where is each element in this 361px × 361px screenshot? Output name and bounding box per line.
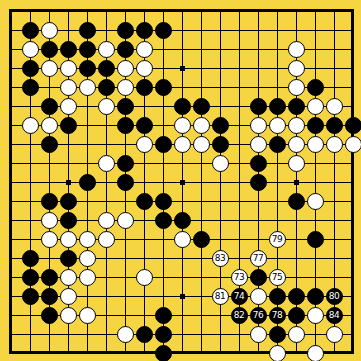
white-stone <box>22 41 39 58</box>
black-stone <box>155 136 172 153</box>
white-stone <box>136 60 153 77</box>
black-stone <box>212 117 229 134</box>
black-stone <box>117 98 134 115</box>
black-stone <box>212 136 229 153</box>
black-stone <box>41 98 58 115</box>
white-stone <box>79 79 96 96</box>
black-stone <box>288 307 305 324</box>
white-stone <box>60 79 77 96</box>
white-stone <box>98 212 115 229</box>
white-stone <box>79 307 96 324</box>
black-stone <box>79 60 96 77</box>
black-stone <box>41 307 58 324</box>
white-stone <box>326 136 343 153</box>
hoshi-point <box>180 66 185 71</box>
white-stone <box>60 307 77 324</box>
white-stone <box>326 326 343 343</box>
black-stone <box>117 174 134 191</box>
white-stone <box>98 231 115 248</box>
white-stone <box>60 288 77 305</box>
white-stone <box>307 193 324 210</box>
black-stone <box>60 41 77 58</box>
black-stone <box>345 117 361 134</box>
black-stone <box>136 22 153 39</box>
white-stone <box>60 269 77 286</box>
white-stone <box>174 117 191 134</box>
white-stone <box>41 117 58 134</box>
black-stone <box>60 250 77 267</box>
white-stone <box>193 117 210 134</box>
white-stone <box>174 136 191 153</box>
black-stone <box>307 117 324 134</box>
white-stone <box>307 136 324 153</box>
white-stone <box>288 117 305 134</box>
white-stone-move-81: 81 <box>212 288 229 305</box>
black-stone <box>155 79 172 96</box>
black-stone <box>174 98 191 115</box>
black-stone <box>307 231 324 248</box>
black-stone <box>307 79 324 96</box>
black-stone <box>193 98 210 115</box>
white-stone-move-73: 73 <box>231 269 248 286</box>
black-stone <box>288 193 305 210</box>
black-stone <box>269 136 286 153</box>
white-stone <box>269 345 286 361</box>
white-stone <box>288 41 305 58</box>
black-stone-move-74: 74 <box>231 288 248 305</box>
black-stone <box>288 288 305 305</box>
white-stone <box>193 136 210 153</box>
black-stone-move-82: 82 <box>231 307 248 324</box>
black-stone <box>41 269 58 286</box>
black-stone <box>269 98 286 115</box>
black-stone <box>250 174 267 191</box>
white-stone <box>250 326 267 343</box>
black-stone <box>155 193 172 210</box>
black-stone <box>60 117 77 134</box>
black-stone <box>41 136 58 153</box>
black-stone <box>136 79 153 96</box>
white-stone <box>307 345 324 361</box>
black-stone <box>60 193 77 210</box>
black-stone <box>60 212 77 229</box>
white-stone <box>117 79 134 96</box>
hoshi-point <box>180 294 185 299</box>
white-stone <box>117 60 134 77</box>
black-stone <box>22 288 39 305</box>
black-stone <box>117 117 134 134</box>
hoshi-point <box>180 180 185 185</box>
white-stone-move-83: 83 <box>212 250 229 267</box>
white-stone <box>79 269 96 286</box>
black-stone <box>98 79 115 96</box>
black-stone <box>22 22 39 39</box>
white-stone <box>174 231 191 248</box>
white-stone <box>212 155 229 172</box>
white-stone <box>41 60 58 77</box>
white-stone <box>98 41 115 58</box>
black-stone <box>22 250 39 267</box>
white-stone <box>79 231 96 248</box>
black-stone <box>155 345 172 361</box>
white-stone <box>41 231 58 248</box>
black-stone <box>155 22 172 39</box>
black-stone <box>307 288 324 305</box>
white-stone <box>288 79 305 96</box>
black-stone <box>269 326 286 343</box>
white-stone <box>60 231 77 248</box>
white-stone <box>98 98 115 115</box>
white-stone <box>117 326 134 343</box>
black-stone <box>288 98 305 115</box>
black-stone <box>22 79 39 96</box>
black-stone <box>41 288 58 305</box>
white-stone <box>345 136 361 153</box>
black-stone <box>98 60 115 77</box>
black-stone <box>79 41 96 58</box>
black-stone <box>326 117 343 134</box>
black-stone <box>193 231 210 248</box>
white-stone <box>288 155 305 172</box>
white-stone-move-75: 75 <box>269 269 286 286</box>
white-stone <box>326 98 343 115</box>
black-stone-move-76: 76 <box>250 307 267 324</box>
white-stone-move-79: 79 <box>269 231 286 248</box>
white-stone <box>60 60 77 77</box>
black-stone <box>79 174 96 191</box>
black-stone <box>174 212 191 229</box>
white-stone <box>136 136 153 153</box>
grid-line-vertical <box>201 11 202 353</box>
white-stone <box>288 326 305 343</box>
black-stone <box>136 326 153 343</box>
black-stone <box>155 307 172 324</box>
black-stone <box>250 269 267 286</box>
white-stone <box>60 98 77 115</box>
black-stone-move-84: 84 <box>326 307 343 324</box>
hoshi-point <box>294 180 299 185</box>
black-stone <box>22 60 39 77</box>
black-stone <box>41 193 58 210</box>
go-board: 798377737581748082767884 <box>0 0 361 361</box>
black-stone <box>136 117 153 134</box>
white-stone <box>307 307 324 324</box>
white-stone <box>98 155 115 172</box>
white-stone <box>250 117 267 134</box>
black-stone <box>117 155 134 172</box>
white-stone <box>288 60 305 77</box>
white-stone <box>288 136 305 153</box>
black-stone <box>250 155 267 172</box>
black-stone <box>250 98 267 115</box>
white-stone <box>41 212 58 229</box>
white-stone <box>250 136 267 153</box>
black-stone <box>155 326 172 343</box>
white-stone <box>22 117 39 134</box>
white-stone-move-77: 77 <box>250 250 267 267</box>
hoshi-point <box>66 180 71 185</box>
white-stone <box>269 117 286 134</box>
white-stone <box>79 250 96 267</box>
black-stone <box>79 22 96 39</box>
black-stone <box>117 41 134 58</box>
black-stone-move-78: 78 <box>269 307 286 324</box>
white-stone <box>117 212 134 229</box>
black-stone-move-80: 80 <box>326 288 343 305</box>
black-stone <box>22 269 39 286</box>
black-stone <box>117 22 134 39</box>
black-stone <box>41 41 58 58</box>
white-stone <box>136 269 153 286</box>
black-stone <box>155 212 172 229</box>
white-stone <box>250 288 267 305</box>
white-stone <box>307 98 324 115</box>
black-stone <box>136 193 153 210</box>
white-stone <box>41 22 58 39</box>
white-stone <box>136 41 153 58</box>
black-stone <box>269 288 286 305</box>
